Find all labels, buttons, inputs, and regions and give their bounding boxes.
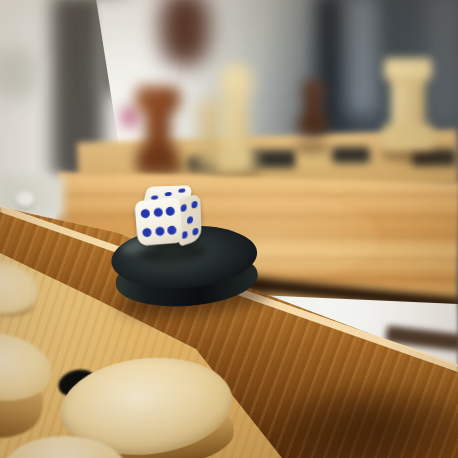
die-pip [180,204,186,213]
die-pip [178,189,186,193]
light-bishop-base [215,148,257,172]
die-pip [192,200,198,209]
light-rook-base [382,124,434,150]
checker-top [0,257,42,320]
light-rook-shaft [391,84,425,128]
chess-dark-rook [134,86,182,172]
piece-shadow [294,142,330,154]
die-front-face [134,198,183,247]
chess-light-bishop [214,60,258,172]
die-pip [165,206,175,216]
white-bead [16,192,34,207]
die-pip [186,215,192,224]
die-pip [140,208,150,218]
light-checker [2,436,128,458]
photo-board-games [0,0,458,458]
chess-square-dark [332,147,370,163]
die-pip [164,192,172,196]
window-grey-blob [0,48,40,100]
die-pip [142,228,152,238]
die-pip [193,227,199,236]
checker-top [2,436,128,458]
die-pip [167,226,177,236]
die-pip [155,227,165,237]
die-pip [153,207,163,217]
chess-light-rook [382,58,434,150]
light-bishop-head [219,62,253,104]
background-maroon-blob [160,0,210,66]
window-frame-light [348,0,378,114]
chess-dark-pawn [296,80,330,138]
dark-rook-base [137,146,179,172]
light-rook-cap [384,58,432,80]
dark-pawn-base [298,114,328,136]
die [135,185,205,253]
